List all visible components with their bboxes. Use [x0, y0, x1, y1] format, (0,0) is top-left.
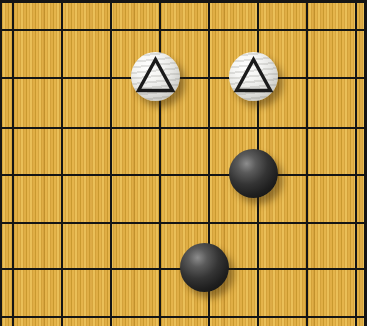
white-stone-triangle-2[interactable]	[229, 52, 278, 101]
go-board[interactable]	[0, 0, 367, 326]
grid-line-vertical	[159, 0, 161, 326]
white-stone-triangle-1[interactable]	[131, 52, 180, 101]
black-stone-2[interactable]	[180, 243, 229, 292]
go-board-view	[0, 0, 367, 326]
triangle-mark-icon	[131, 52, 180, 101]
grid-line-horizontal	[0, 77, 367, 79]
grid-line-horizontal	[0, 29, 367, 31]
board-edge-line-left	[0, 0, 2, 326]
grid-line-vertical	[12, 0, 14, 326]
grid-line-horizontal	[0, 174, 367, 176]
grid-line-horizontal	[0, 127, 367, 129]
grid-line-vertical	[355, 0, 357, 326]
triangle-mark-icon	[229, 52, 278, 101]
grid-line-vertical	[61, 0, 63, 326]
grid-line-horizontal	[0, 222, 367, 224]
grid-line-vertical	[306, 0, 308, 326]
board-edge-line-top	[0, 0, 367, 3]
grid-line-vertical	[110, 0, 112, 326]
grid-line-horizontal	[0, 316, 367, 318]
black-stone-1[interactable]	[229, 149, 278, 198]
